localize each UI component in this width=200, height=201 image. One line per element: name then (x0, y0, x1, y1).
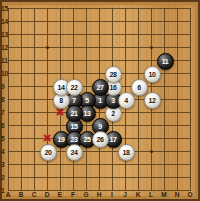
gomoku-board[interactable]: 1234567891011121314151617181920212223242… (0, 0, 200, 201)
white-stone-4: 4 (118, 92, 135, 109)
column-label-E: E (55, 191, 65, 198)
white-stone-24: 24 (66, 144, 83, 161)
white-stone-10: 10 (144, 66, 161, 83)
column-label-D: D (42, 191, 52, 198)
column-label-B: B (16, 191, 26, 198)
row-label-11: 11 (1, 57, 10, 64)
row-label-9: 9 (1, 83, 10, 90)
column-label-K: K (133, 191, 143, 198)
black-stone-11: 11 (157, 53, 174, 70)
forbidden-x-marker: ✕ (41, 132, 54, 145)
column-label-O: O (185, 191, 195, 198)
column-label-N: N (172, 191, 182, 198)
white-stone-28: 28 (105, 66, 122, 83)
row-label-2: 2 (1, 174, 10, 181)
column-label-G: G (81, 191, 91, 198)
row-label-6: 6 (1, 122, 10, 129)
black-stone-27: 27 (92, 79, 109, 96)
row-label-12: 12 (1, 44, 10, 51)
row-label-1: 1 (1, 187, 10, 194)
black-stone-21: 21 (66, 105, 83, 122)
white-stone-22: 22 (66, 79, 83, 96)
column-label-H: H (94, 191, 104, 198)
row-label-3: 3 (1, 161, 10, 168)
row-label-8: 8 (1, 96, 10, 103)
white-stone-12: 12 (144, 92, 161, 109)
row-label-7: 7 (1, 109, 10, 116)
column-label-J: J (120, 191, 130, 198)
column-label-C: C (29, 191, 39, 198)
row-label-15: 15 (1, 5, 10, 12)
board-grid[interactable]: 1234567891011121314151617181920212223242… (2, 2, 197, 197)
row-label-10: 10 (1, 70, 10, 77)
row-label-13: 13 (1, 31, 10, 38)
row-label-14: 14 (1, 18, 10, 25)
column-label-M: M (159, 191, 169, 198)
column-label-I: I (107, 191, 117, 198)
white-stone-6: 6 (131, 79, 148, 96)
white-stone-20: 20 (40, 144, 57, 161)
row-label-5: 5 (1, 135, 10, 142)
white-stone-26: 26 (92, 131, 109, 148)
row-label-4: 4 (1, 148, 10, 155)
column-label-F: F (68, 191, 78, 198)
white-stone-18: 18 (118, 144, 135, 161)
column-label-L: L (146, 191, 156, 198)
